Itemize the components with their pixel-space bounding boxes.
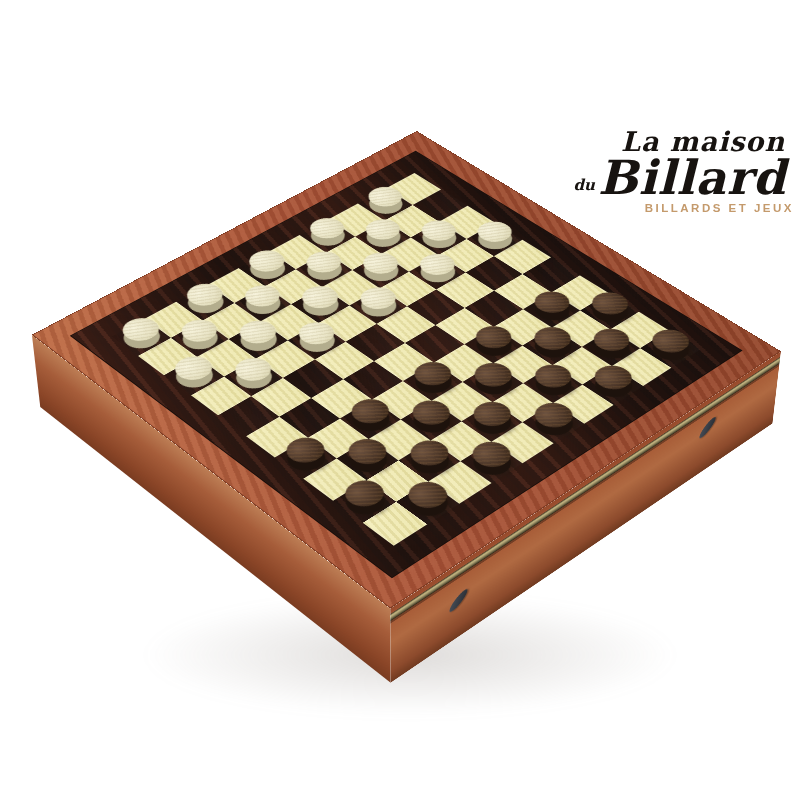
product-photo: La maison du Billard BILLARDS ET JEUX — [0, 0, 800, 800]
board-border-field — [70, 151, 743, 579]
dark-piece — [468, 329, 518, 361]
white-piece — [175, 323, 225, 355]
brand-line2-main: Billard — [598, 157, 786, 199]
drawer-knob-front — [448, 587, 470, 614]
dark-piece — [587, 369, 638, 402]
brand-line2: du Billard — [562, 157, 798, 199]
brand-logo: La maison du Billard BILLARDS ET JEUX — [562, 126, 798, 214]
white-piece — [353, 291, 402, 322]
dark-piece — [407, 365, 458, 398]
dark-piece — [585, 296, 635, 327]
brand-line2-prefix: du — [574, 179, 595, 193]
board-square — [405, 325, 464, 362]
dark-piece — [645, 333, 696, 365]
drawer-knob-right — [698, 415, 717, 440]
white-piece — [168, 360, 219, 393]
